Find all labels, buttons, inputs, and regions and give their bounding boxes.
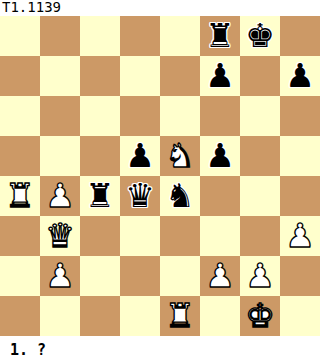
- square-d7[interactable]: [120, 56, 160, 96]
- square-e1[interactable]: ♜: [160, 296, 200, 336]
- square-f7[interactable]: ♟: [200, 56, 240, 96]
- square-e5[interactable]: ♞: [160, 136, 200, 176]
- move-prompt: 1. ?: [0, 336, 320, 360]
- square-h6[interactable]: [280, 96, 320, 136]
- square-g6[interactable]: [240, 96, 280, 136]
- black-pawn-icon: ♟: [205, 136, 235, 176]
- square-h3[interactable]: ♟: [280, 216, 320, 256]
- square-f3[interactable]: [200, 216, 240, 256]
- square-f4[interactable]: [200, 176, 240, 216]
- square-c7[interactable]: [80, 56, 120, 96]
- square-f1[interactable]: [200, 296, 240, 336]
- square-e3[interactable]: [160, 216, 200, 256]
- chess-board: ♜♚♟♟♟♞♟♜♟♜♛♞♛♟♟♟♟♜♚: [0, 16, 320, 336]
- square-g7[interactable]: [240, 56, 280, 96]
- black-pawn-icon: ♟: [285, 56, 315, 96]
- square-h2[interactable]: [280, 256, 320, 296]
- black-queen-icon: ♛: [125, 176, 155, 216]
- square-f5[interactable]: ♟: [200, 136, 240, 176]
- square-d2[interactable]: [120, 256, 160, 296]
- square-c6[interactable]: [80, 96, 120, 136]
- square-d1[interactable]: [120, 296, 160, 336]
- black-knight-icon: ♞: [165, 176, 195, 216]
- square-b2[interactable]: ♟: [40, 256, 80, 296]
- square-c4[interactable]: ♜: [80, 176, 120, 216]
- square-a3[interactable]: [0, 216, 40, 256]
- square-a5[interactable]: [0, 136, 40, 176]
- black-king-icon: ♚: [245, 16, 275, 56]
- square-f2[interactable]: ♟: [200, 256, 240, 296]
- chess-puzzle-page: T1.1139 ♜♚♟♟♟♞♟♜♟♜♛♞♛♟♟♟♟♜♚ 1. ?: [0, 0, 320, 360]
- square-g1[interactable]: ♚: [240, 296, 280, 336]
- square-b5[interactable]: [40, 136, 80, 176]
- square-d5[interactable]: ♟: [120, 136, 160, 176]
- square-b7[interactable]: [40, 56, 80, 96]
- white-pawn-icon: ♟: [245, 256, 275, 296]
- square-e8[interactable]: [160, 16, 200, 56]
- square-d6[interactable]: [120, 96, 160, 136]
- white-pawn-icon: ♟: [205, 256, 235, 296]
- square-b8[interactable]: [40, 16, 80, 56]
- square-c8[interactable]: [80, 16, 120, 56]
- white-queen-icon: ♛: [45, 216, 75, 256]
- square-c1[interactable]: [80, 296, 120, 336]
- white-rook-icon: ♜: [165, 296, 195, 336]
- square-a7[interactable]: [0, 56, 40, 96]
- black-pawn-icon: ♟: [205, 56, 235, 96]
- square-a2[interactable]: [0, 256, 40, 296]
- white-knight-icon: ♞: [165, 136, 195, 176]
- puzzle-id: T1.1139: [0, 0, 320, 16]
- white-pawn-icon: ♟: [45, 256, 75, 296]
- square-g2[interactable]: ♟: [240, 256, 280, 296]
- square-h1[interactable]: [280, 296, 320, 336]
- square-b1[interactable]: [40, 296, 80, 336]
- square-g3[interactable]: [240, 216, 280, 256]
- black-rook-icon: ♜: [205, 16, 235, 56]
- square-d8[interactable]: [120, 16, 160, 56]
- white-pawn-icon: ♟: [45, 176, 75, 216]
- square-b4[interactable]: ♟: [40, 176, 80, 216]
- square-g5[interactable]: [240, 136, 280, 176]
- square-e2[interactable]: [160, 256, 200, 296]
- square-a1[interactable]: [0, 296, 40, 336]
- square-f8[interactable]: ♜: [200, 16, 240, 56]
- square-c3[interactable]: [80, 216, 120, 256]
- white-king-icon: ♚: [245, 296, 275, 336]
- square-e7[interactable]: [160, 56, 200, 96]
- square-a8[interactable]: [0, 16, 40, 56]
- white-pawn-icon: ♟: [285, 216, 315, 256]
- black-rook-icon: ♜: [85, 176, 115, 216]
- square-d3[interactable]: [120, 216, 160, 256]
- square-e4[interactable]: ♞: [160, 176, 200, 216]
- square-a6[interactable]: [0, 96, 40, 136]
- square-h8[interactable]: [280, 16, 320, 56]
- square-h5[interactable]: [280, 136, 320, 176]
- square-g8[interactable]: ♚: [240, 16, 280, 56]
- square-h7[interactable]: ♟: [280, 56, 320, 96]
- square-f6[interactable]: [200, 96, 240, 136]
- square-g4[interactable]: [240, 176, 280, 216]
- white-rook-icon: ♜: [5, 176, 35, 216]
- square-c5[interactable]: [80, 136, 120, 176]
- square-b6[interactable]: [40, 96, 80, 136]
- square-e6[interactable]: [160, 96, 200, 136]
- square-a4[interactable]: ♜: [0, 176, 40, 216]
- square-h4[interactable]: [280, 176, 320, 216]
- square-d4[interactable]: ♛: [120, 176, 160, 216]
- square-b3[interactable]: ♛: [40, 216, 80, 256]
- square-c2[interactable]: [80, 256, 120, 296]
- black-pawn-icon: ♟: [125, 136, 155, 176]
